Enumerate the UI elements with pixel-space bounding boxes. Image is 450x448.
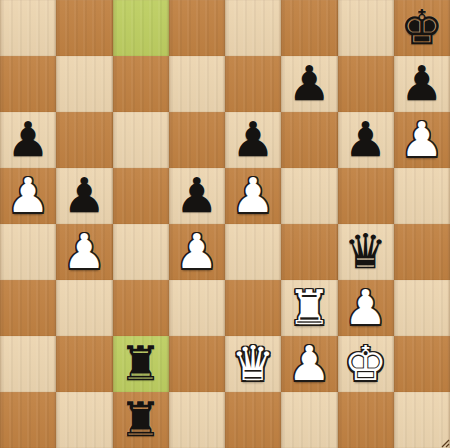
white-king[interactable]: ♚ (344, 339, 387, 387)
black-rook[interactable]: ♜ (119, 395, 162, 443)
square-b4[interactable]: ♟ (56, 224, 112, 280)
chess-board: ♚♟♟♟♟♟♟♟♟♟♟♟♟♛♜♟♜♛♟♚♜ (0, 0, 450, 448)
square-e2[interactable]: ♛ (225, 336, 281, 392)
black-pawn[interactable]: ♟ (288, 59, 331, 107)
black-pawn[interactable]: ♟ (344, 115, 387, 163)
square-e1[interactable] (225, 392, 281, 448)
square-g6[interactable]: ♟ (338, 112, 394, 168)
square-d6[interactable] (169, 112, 225, 168)
white-pawn[interactable]: ♟ (175, 227, 218, 275)
square-d1[interactable] (169, 392, 225, 448)
square-d3[interactable] (169, 280, 225, 336)
square-f1[interactable] (281, 392, 337, 448)
square-b6[interactable] (56, 112, 112, 168)
square-f5[interactable] (281, 168, 337, 224)
square-e6[interactable]: ♟ (225, 112, 281, 168)
square-a8[interactable] (0, 0, 56, 56)
square-a2[interactable] (0, 336, 56, 392)
square-h2[interactable] (394, 336, 450, 392)
square-c1[interactable]: ♜ (113, 392, 169, 448)
black-rook[interactable]: ♜ (119, 339, 162, 387)
square-g5[interactable] (338, 168, 394, 224)
black-pawn[interactable]: ♟ (175, 171, 218, 219)
square-c6[interactable] (113, 112, 169, 168)
square-f7[interactable]: ♟ (281, 56, 337, 112)
square-c7[interactable] (113, 56, 169, 112)
square-a6[interactable]: ♟ (0, 112, 56, 168)
square-b8[interactable] (56, 0, 112, 56)
white-queen[interactable]: ♛ (232, 339, 275, 387)
square-h6[interactable]: ♟ (394, 112, 450, 168)
square-f6[interactable] (281, 112, 337, 168)
white-pawn[interactable]: ♟ (344, 283, 387, 331)
square-f2[interactable]: ♟ (281, 336, 337, 392)
square-d7[interactable] (169, 56, 225, 112)
square-h8[interactable]: ♚ (394, 0, 450, 56)
square-h5[interactable] (394, 168, 450, 224)
square-f8[interactable] (281, 0, 337, 56)
square-a7[interactable] (0, 56, 56, 112)
black-pawn[interactable]: ♟ (400, 59, 443, 107)
square-g3[interactable]: ♟ (338, 280, 394, 336)
square-d8[interactable] (169, 0, 225, 56)
square-g8[interactable] (338, 0, 394, 56)
square-b2[interactable] (56, 336, 112, 392)
white-pawn[interactable]: ♟ (288, 339, 331, 387)
square-g4[interactable]: ♛ (338, 224, 394, 280)
square-a5[interactable]: ♟ (0, 168, 56, 224)
square-h4[interactable] (394, 224, 450, 280)
square-b1[interactable] (56, 392, 112, 448)
square-h3[interactable] (394, 280, 450, 336)
square-g1[interactable] (338, 392, 394, 448)
white-pawn[interactable]: ♟ (63, 227, 106, 275)
square-e3[interactable] (225, 280, 281, 336)
square-a1[interactable] (0, 392, 56, 448)
square-b7[interactable] (56, 56, 112, 112)
square-b3[interactable] (56, 280, 112, 336)
square-h7[interactable]: ♟ (394, 56, 450, 112)
square-g2[interactable]: ♚ (338, 336, 394, 392)
white-pawn[interactable]: ♟ (400, 115, 443, 163)
square-e7[interactable] (225, 56, 281, 112)
white-pawn[interactable]: ♟ (232, 171, 275, 219)
black-king[interactable]: ♚ (400, 3, 443, 51)
square-b5[interactable]: ♟ (56, 168, 112, 224)
square-c4[interactable] (113, 224, 169, 280)
black-queen[interactable]: ♛ (344, 227, 387, 275)
square-a4[interactable] (0, 224, 56, 280)
square-g7[interactable] (338, 56, 394, 112)
chess-board-wrapper: ♚♟♟♟♟♟♟♟♟♟♟♟♟♛♜♟♜♛♟♚♜ (0, 0, 450, 448)
board-resize-handle-icon[interactable] (438, 436, 450, 448)
black-pawn[interactable]: ♟ (7, 115, 50, 163)
square-e5[interactable]: ♟ (225, 168, 281, 224)
square-e4[interactable] (225, 224, 281, 280)
white-rook[interactable]: ♜ (288, 283, 331, 331)
square-d2[interactable] (169, 336, 225, 392)
square-e8[interactable] (225, 0, 281, 56)
white-pawn[interactable]: ♟ (7, 171, 50, 219)
square-d5[interactable]: ♟ (169, 168, 225, 224)
square-c8[interactable] (113, 0, 169, 56)
square-c3[interactable] (113, 280, 169, 336)
square-f4[interactable] (281, 224, 337, 280)
black-pawn[interactable]: ♟ (63, 171, 106, 219)
square-c2[interactable]: ♜ (113, 336, 169, 392)
square-d4[interactable]: ♟ (169, 224, 225, 280)
black-pawn[interactable]: ♟ (232, 115, 275, 163)
square-a3[interactable] (0, 280, 56, 336)
square-c5[interactable] (113, 168, 169, 224)
square-f3[interactable]: ♜ (281, 280, 337, 336)
